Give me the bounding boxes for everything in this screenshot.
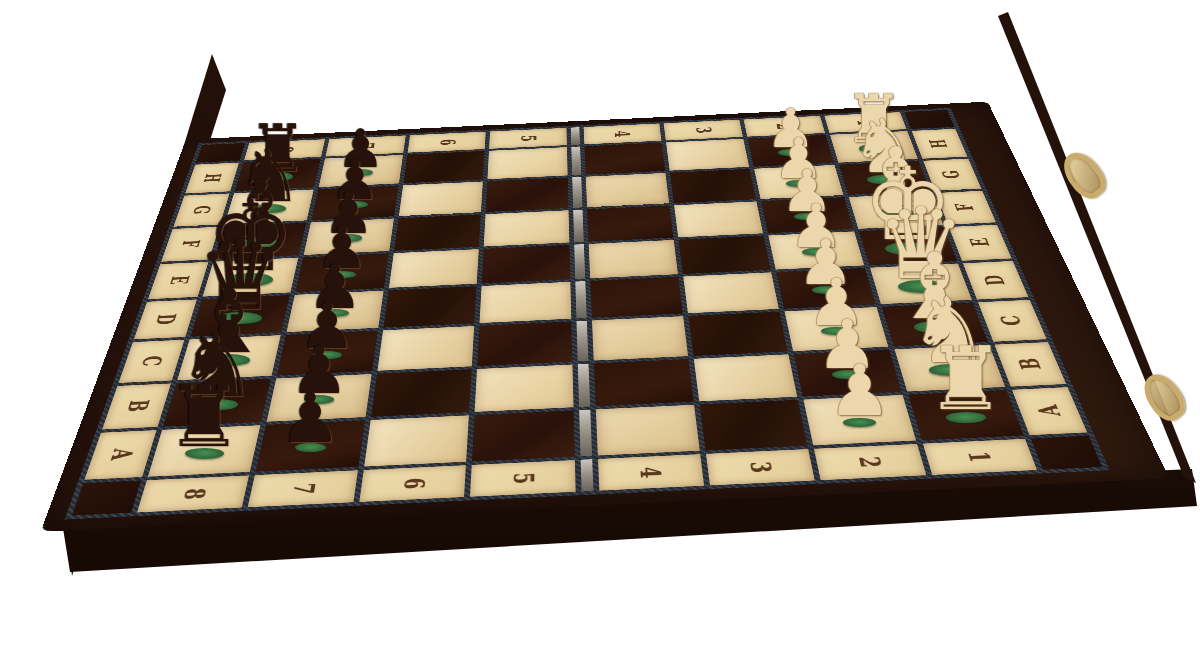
rank-label: 7 [326,135,406,156]
rank-label-text: 8 [177,487,210,500]
square-d6[interactable] [383,286,476,327]
file-label-text: G [938,170,965,179]
file-label: G [923,159,981,191]
file-label-text: B [1013,357,1046,370]
file-label-text: D [980,274,1010,285]
square-h1[interactable] [830,131,918,163]
rank-label-text: 7 [287,482,319,495]
square-e5[interactable] [482,245,570,284]
square-g4[interactable] [585,173,669,207]
frame-corner [72,480,141,515]
file-label-text: C [996,315,1027,326]
square-c3[interactable] [688,312,788,356]
file-label-text: A [1032,404,1066,417]
frame-corner [196,143,245,163]
file-label-text: D [151,313,181,325]
square-b8[interactable] [163,378,271,426]
rank-label-text: 5 [517,135,539,142]
file-label-text: F [952,203,979,211]
rank-label: 5 [470,460,575,497]
rank-label-text: 6 [435,139,458,146]
square-f6[interactable] [394,214,481,250]
fold-seam [571,147,581,176]
square-d2[interactable] [776,268,875,309]
file-label-text: E [165,275,193,285]
file-label-text: B [121,399,153,412]
file-label: A [84,430,156,480]
file-label: F [936,191,996,225]
square-g8[interactable] [225,190,314,225]
rank-label-text: 8 [273,146,297,153]
square-e4[interactable] [588,240,678,279]
square-g3[interactable] [670,169,756,203]
file-label: H [185,163,239,194]
file-label-text: H [200,173,226,183]
square-e2[interactable] [769,231,864,269]
square-f3[interactable] [674,201,763,237]
square-h6[interactable] [403,151,484,183]
file-label: C [978,300,1047,342]
square-c7[interactable] [277,331,377,376]
fold-seam [573,209,584,242]
square-f8[interactable] [214,222,307,259]
file-label: H [912,129,968,159]
rank-label-text: 4 [611,130,634,137]
frame-corner [904,110,954,129]
rank-label-text: 1 [962,451,996,463]
square-g7[interactable] [312,186,399,220]
square-e1[interactable] [859,227,957,265]
board-grid: 87654321HHGGFFEEDDCCBBAA87654321 [65,108,1110,520]
square-a7[interactable] [256,420,365,472]
square-g6[interactable] [399,182,483,216]
square-g2[interactable] [754,165,843,199]
rank-label: 7 [248,470,358,507]
file-label: G [174,194,230,227]
rank-label: 2 [814,444,926,480]
square-g1[interactable] [839,161,930,195]
square-d8[interactable] [190,295,290,337]
square-e8[interactable] [203,258,299,297]
square-c6[interactable] [377,326,474,370]
fold-seam [570,127,579,145]
chess-board: 87654321HHGGFFEEDDCCBBAA87654321 [41,102,1170,532]
file-label-text: C [137,355,168,367]
square-h8[interactable] [235,159,321,192]
rank-label-text: 6 [397,477,428,490]
file-label: E [148,262,208,299]
square-e3[interactable] [678,236,770,274]
fold-seam [577,364,589,407]
file-label: A [1012,387,1087,435]
square-h4[interactable] [584,143,665,175]
rank-label-text: 4 [635,466,666,478]
square-f2[interactable] [761,197,853,233]
file-label: B [994,342,1066,387]
rank-label: 2 [744,116,825,137]
rank-label: 6 [359,465,466,502]
square-b6[interactable] [371,369,472,417]
square-d1[interactable] [870,264,972,305]
square-a5[interactable] [472,410,574,461]
square-f5[interactable] [484,210,569,246]
square-h3[interactable] [666,139,749,171]
square-f4[interactable] [587,205,674,241]
rank-label: 8 [137,475,249,512]
fold-seam [574,244,585,279]
rank-label: 3 [663,120,743,141]
square-a6[interactable] [364,415,469,466]
square-d3[interactable] [683,272,779,313]
frame-corner [1031,436,1102,470]
file-label: E [949,225,1012,261]
square-e7[interactable] [296,253,389,292]
rank-label: 8 [244,139,325,160]
fold-seam [579,410,592,457]
square-f1[interactable] [848,193,943,229]
square-b1[interactable] [894,345,1005,392]
photo-stage: 87654321HHGGFFEEDDCCBBAA87654321 ♜♞♝♛♚♝♞… [0,0,1200,671]
square-a2[interactable] [804,395,916,446]
rank-label-text: 3 [744,461,776,473]
square-d7[interactable] [287,291,384,333]
square-d4[interactable] [590,277,683,318]
fold-seam [576,321,588,361]
rank-label-text: 2 [772,123,796,130]
square-b5[interactable] [475,364,573,411]
rank-label: 1 [923,439,1037,475]
file-label: D [134,299,197,339]
fold-seam [580,459,593,491]
square-d5[interactable] [480,282,571,323]
file-label: C [119,340,185,383]
square-a8[interactable] [148,425,261,477]
rank-label: 4 [598,454,704,491]
file-label: B [102,383,171,429]
file-label-text: F [177,240,204,249]
square-c2[interactable] [785,307,888,351]
square-b7[interactable] [267,374,371,422]
square-c8[interactable] [177,335,281,380]
file-label: D [963,261,1029,300]
rank-label-text: 1 [853,119,877,126]
file-label-text: H [926,139,952,149]
file-label-text: G [189,205,215,215]
square-h5[interactable] [488,147,568,179]
square-b3[interactable] [694,354,798,401]
square-a3[interactable] [700,400,808,451]
rank-label-text: 3 [691,126,714,133]
fold-seam [572,177,582,208]
file-label-text: E [965,238,994,247]
rank-label: 5 [489,128,566,149]
rank-label: 6 [407,132,485,153]
rank-label-text: 5 [508,472,538,484]
square-h2[interactable] [748,135,834,167]
square-f7[interactable] [304,218,394,255]
fold-seam [575,281,586,318]
file-label-text: A [105,448,138,461]
square-h7[interactable] [319,155,403,187]
file-label: F [161,227,219,262]
square-c5[interactable] [477,322,572,366]
rank-label-text: 7 [354,142,377,149]
square-e6[interactable] [389,249,479,288]
square-g5[interactable] [486,178,568,212]
square-c1[interactable] [881,303,987,347]
rank-label: 4 [583,123,661,144]
square-a4[interactable] [595,405,699,456]
square-c4[interactable] [592,316,688,360]
rank-label-text: 2 [853,456,886,468]
square-b4[interactable] [593,359,693,406]
rank-label: 3 [706,449,815,485]
square-a1[interactable] [908,390,1024,440]
square-b2[interactable] [794,349,901,396]
rank-label: 1 [824,112,906,133]
